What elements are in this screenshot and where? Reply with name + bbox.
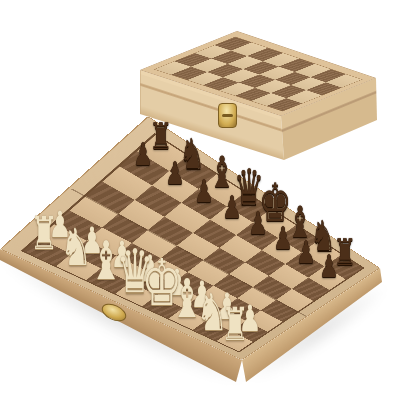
piece-black-pawn[interactable]: ♟ [296,237,316,268]
piece-white-rook[interactable]: ♜ [30,212,59,257]
box-clasp-icon [218,103,237,128]
piece-black-pawn[interactable]: ♟ [319,250,339,281]
piece-black-pawn[interactable]: ♟ [248,208,268,239]
piece-black-pawn[interactable]: ♟ [133,139,153,170]
piece-white-rook[interactable]: ♜ [221,302,250,347]
piece-black-pawn[interactable]: ♟ [273,223,293,254]
piece-black-pawn[interactable]: ♟ [222,192,242,223]
chess-set-photo: ♜♞♝♛♚♝♞♜♟♟♟♟♟♟♟♟♟♟♟♟♟♟♟♟♜♞♝♛♚♝♞♜ [0,0,400,400]
piece-black-rook[interactable]: ♜ [150,118,173,155]
piece-white-knight[interactable]: ♞ [60,222,92,273]
piece-black-pawn[interactable]: ♟ [165,157,185,188]
piece-black-pawn[interactable]: ♟ [194,175,214,206]
